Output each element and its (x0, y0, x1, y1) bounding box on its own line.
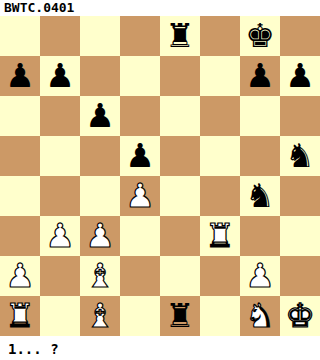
square-e6[interactable] (160, 96, 200, 136)
square-h7[interactable]: ♟ (280, 56, 320, 96)
square-c6[interactable]: ♟ (80, 96, 120, 136)
white-pawn-b3[interactable]: ♟ (45, 216, 75, 256)
square-b8[interactable] (40, 16, 80, 56)
black-pawn-g7[interactable]: ♟ (245, 56, 275, 96)
square-d7[interactable] (120, 56, 160, 96)
square-d6[interactable] (120, 96, 160, 136)
square-d3[interactable] (120, 216, 160, 256)
square-f8[interactable] (200, 16, 240, 56)
square-d2[interactable] (120, 256, 160, 296)
black-rook-e1[interactable]: ♜ (165, 296, 195, 336)
square-f3[interactable]: ♜ (200, 216, 240, 256)
square-e1[interactable]: ♜ (160, 296, 200, 336)
square-c5[interactable] (80, 136, 120, 176)
square-c8[interactable] (80, 16, 120, 56)
square-a5[interactable] (0, 136, 40, 176)
white-rook-a1[interactable]: ♜ (5, 296, 35, 336)
square-h3[interactable] (280, 216, 320, 256)
white-knight-g1[interactable]: ♞ (245, 296, 275, 336)
square-g2[interactable]: ♟ (240, 256, 280, 296)
square-e7[interactable] (160, 56, 200, 96)
square-d1[interactable] (120, 296, 160, 336)
square-f1[interactable] (200, 296, 240, 336)
square-h1[interactable]: ♚ (280, 296, 320, 336)
square-b1[interactable] (40, 296, 80, 336)
black-pawn-d5[interactable]: ♟ (125, 136, 155, 176)
white-pawn-d4[interactable]: ♟ (125, 176, 155, 216)
square-e5[interactable] (160, 136, 200, 176)
square-a4[interactable] (0, 176, 40, 216)
black-pawn-c6[interactable]: ♟ (85, 96, 115, 136)
move-prompt: 1... ? (0, 336, 320, 360)
white-bishop-c2[interactable]: ♝ (85, 256, 115, 296)
square-b4[interactable] (40, 176, 80, 216)
chess-puzzle-window: BWTC.0401 ♜♚♟♟♟♟♟♟♞♟♞♟♟♜♟♝♟♜♝♜♞♚ 1... ? (0, 0, 320, 360)
square-d4[interactable]: ♟ (120, 176, 160, 216)
square-b5[interactable] (40, 136, 80, 176)
black-pawn-a7[interactable]: ♟ (5, 56, 35, 96)
square-f2[interactable] (200, 256, 240, 296)
square-g5[interactable] (240, 136, 280, 176)
square-a2[interactable]: ♟ (0, 256, 40, 296)
square-h6[interactable] (280, 96, 320, 136)
white-pawn-c3[interactable]: ♟ (85, 216, 115, 256)
black-pawn-h7[interactable]: ♟ (285, 56, 315, 96)
square-e2[interactable] (160, 256, 200, 296)
square-d8[interactable] (120, 16, 160, 56)
black-king-g8[interactable]: ♚ (245, 16, 275, 56)
square-a3[interactable] (0, 216, 40, 256)
square-e4[interactable] (160, 176, 200, 216)
square-e3[interactable] (160, 216, 200, 256)
square-c1[interactable]: ♝ (80, 296, 120, 336)
square-c3[interactable]: ♟ (80, 216, 120, 256)
square-c7[interactable] (80, 56, 120, 96)
square-a1[interactable]: ♜ (0, 296, 40, 336)
white-pawn-g2[interactable]: ♟ (245, 256, 275, 296)
square-a7[interactable]: ♟ (0, 56, 40, 96)
square-b7[interactable]: ♟ (40, 56, 80, 96)
chessboard: ♜♚♟♟♟♟♟♟♞♟♞♟♟♜♟♝♟♜♝♜♞♚ (0, 16, 320, 336)
square-e8[interactable]: ♜ (160, 16, 200, 56)
square-g6[interactable] (240, 96, 280, 136)
square-g3[interactable] (240, 216, 280, 256)
square-f4[interactable] (200, 176, 240, 216)
black-knight-h5[interactable]: ♞ (285, 136, 315, 176)
puzzle-title: BWTC.0401 (0, 0, 320, 16)
black-pawn-b7[interactable]: ♟ (45, 56, 75, 96)
square-c4[interactable] (80, 176, 120, 216)
white-bishop-c1[interactable]: ♝ (85, 296, 115, 336)
square-h5[interactable]: ♞ (280, 136, 320, 176)
black-rook-e8[interactable]: ♜ (165, 16, 195, 56)
square-a6[interactable] (0, 96, 40, 136)
square-a8[interactable] (0, 16, 40, 56)
square-g1[interactable]: ♞ (240, 296, 280, 336)
square-f7[interactable] (200, 56, 240, 96)
square-g7[interactable]: ♟ (240, 56, 280, 96)
square-c2[interactable]: ♝ (80, 256, 120, 296)
square-d5[interactable]: ♟ (120, 136, 160, 176)
square-g4[interactable]: ♞ (240, 176, 280, 216)
square-f6[interactable] (200, 96, 240, 136)
white-pawn-a2[interactable]: ♟ (5, 256, 35, 296)
square-f5[interactable] (200, 136, 240, 176)
square-g8[interactable]: ♚ (240, 16, 280, 56)
black-knight-g4[interactable]: ♞ (245, 176, 275, 216)
square-h4[interactable] (280, 176, 320, 216)
square-h2[interactable] (280, 256, 320, 296)
square-b3[interactable]: ♟ (40, 216, 80, 256)
square-b6[interactable] (40, 96, 80, 136)
square-b2[interactable] (40, 256, 80, 296)
white-king-h1[interactable]: ♚ (285, 296, 315, 336)
square-h8[interactable] (280, 16, 320, 56)
white-rook-f3[interactable]: ♜ (205, 216, 235, 256)
